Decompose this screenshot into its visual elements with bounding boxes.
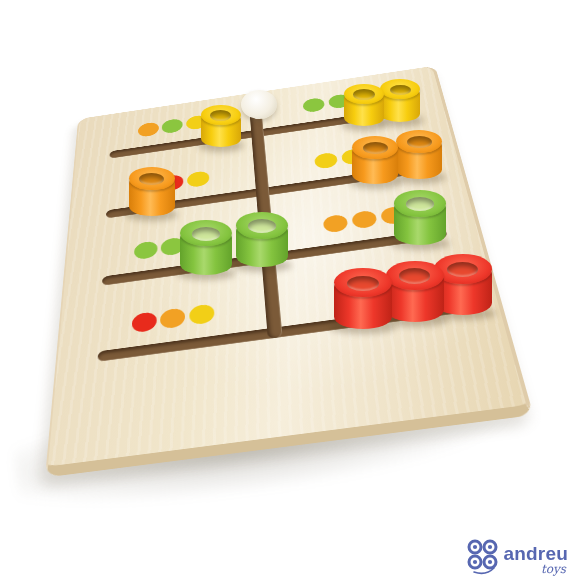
hint-dot-yellow xyxy=(340,148,365,166)
hint-dot-orange xyxy=(351,210,378,230)
groove-row4-left[interactable] xyxy=(98,327,283,362)
groove-row1-left[interactable] xyxy=(110,129,264,159)
groove-row2-left[interactable] xyxy=(106,187,269,218)
hint-dot-green xyxy=(302,97,325,113)
hint-dot-green xyxy=(161,237,184,257)
hint-dot-green xyxy=(134,240,158,260)
hint-dot-pink xyxy=(357,280,386,302)
brand-logo: andreu toys xyxy=(464,535,568,575)
hint-dot-pink xyxy=(418,272,448,294)
hint-dot-red xyxy=(136,178,158,196)
clover-swirl-icon xyxy=(464,535,502,575)
hint-dot-orange xyxy=(188,233,212,253)
hint-dot-red xyxy=(132,311,157,333)
groove-row3-left[interactable] xyxy=(102,253,275,286)
groove-row1-right[interactable] xyxy=(251,106,417,137)
groove-row3-right[interactable] xyxy=(261,229,448,264)
hint-dot-yellow xyxy=(186,114,207,130)
hint-dot-yellow xyxy=(189,303,214,325)
hint-dot-orange xyxy=(138,122,159,138)
hint-dot-green xyxy=(328,93,351,109)
board xyxy=(45,66,533,478)
hint-dot-green xyxy=(162,118,183,134)
groove-row4-right[interactable] xyxy=(267,302,467,339)
hint-dot-orange xyxy=(380,206,407,226)
brand-sub: toys xyxy=(541,563,566,575)
product-photo-scene: andreu toys xyxy=(0,0,580,580)
hint-dot-orange xyxy=(160,307,185,329)
hint-dot-orange xyxy=(322,214,348,234)
hint-dot-yellow xyxy=(187,170,209,188)
hint-dot-red xyxy=(162,174,184,192)
hint-dot-pink xyxy=(387,276,416,298)
board-grid xyxy=(78,80,483,396)
hint-dot-yellow xyxy=(313,152,338,170)
brand-name: andreu xyxy=(503,544,568,563)
groove-row2-right[interactable] xyxy=(256,164,432,197)
